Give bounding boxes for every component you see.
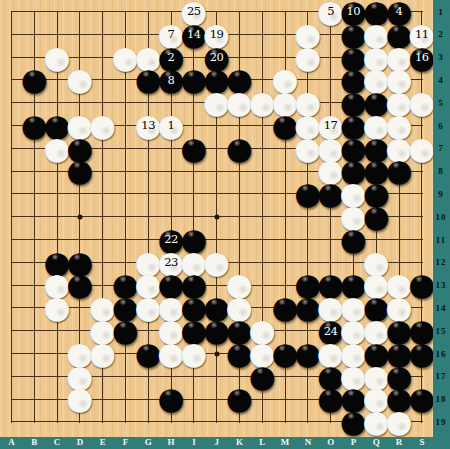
row-coordinate-label: 3 [438, 52, 444, 62]
board-cell[interactable] [228, 23, 251, 46]
board-cell[interactable] [46, 410, 69, 433]
move-number-label: 1 [159, 114, 182, 137]
board-cell[interactable] [182, 160, 205, 183]
board-cell[interactable] [46, 205, 69, 228]
stone-glyph: ● [408, 342, 435, 365]
board-cell[interactable]: ● [91, 114, 114, 137]
board-cell[interactable]: ● [228, 388, 251, 411]
column-coordinate-label: B [31, 437, 37, 447]
board-cell[interactable] [160, 137, 183, 160]
move-number-label: 14 [182, 23, 205, 46]
black-stone: ● [23, 68, 46, 91]
board-cell[interactable] [0, 342, 23, 365]
go-board: ●25●5●10●●4●7●14●19●●●●●11●●●●2●20●●●●●1… [0, 0, 450, 449]
board-cell[interactable] [274, 388, 297, 411]
board-cell[interactable] [68, 410, 91, 433]
board-cell[interactable] [0, 46, 23, 69]
board-cell[interactable] [23, 160, 46, 183]
board-cell[interactable]: ● [68, 160, 91, 183]
board-cell[interactable]: ●1 [160, 114, 183, 137]
black-stone: ● [296, 342, 319, 365]
board-cell[interactable]: ● [182, 68, 205, 91]
board-cell[interactable] [205, 137, 228, 160]
row-coordinate-label: 4 [438, 75, 444, 85]
board-cell[interactable] [274, 160, 297, 183]
black-stone: ●22 [159, 228, 182, 251]
board-cell[interactable] [0, 160, 23, 183]
board-cell[interactable]: ● [342, 228, 365, 251]
white-stone: ●11 [410, 23, 433, 46]
board-cell[interactable] [114, 68, 137, 91]
board-cell[interactable] [91, 137, 114, 160]
board-cell[interactable] [137, 410, 160, 433]
board-cell[interactable] [205, 342, 228, 365]
board-cell[interactable] [91, 182, 114, 205]
stone-glyph: ● [21, 68, 48, 91]
board-cell[interactable]: ● [410, 274, 433, 297]
board-cell[interactable] [410, 182, 433, 205]
board-cell[interactable] [23, 182, 46, 205]
board-cell[interactable]: ● [68, 388, 91, 411]
board-cell[interactable] [114, 205, 137, 228]
board-cell[interactable] [0, 388, 23, 411]
board-cell[interactable]: ● [410, 388, 433, 411]
board-cell[interactable] [251, 410, 274, 433]
board-cell[interactable]: ●24 [319, 319, 342, 342]
board-cell[interactable] [0, 296, 23, 319]
board-cell[interactable] [0, 274, 23, 297]
board-cell[interactable] [91, 46, 114, 69]
board-cell[interactable] [23, 319, 46, 342]
board-cell[interactable] [91, 251, 114, 274]
board-cell[interactable]: ● [68, 68, 91, 91]
column-coordinate-label: M [281, 437, 290, 447]
move-number-label: 25 [182, 0, 205, 23]
board-cell[interactable] [114, 160, 137, 183]
board-cell[interactable] [68, 296, 91, 319]
board-cell[interactable]: ●2 [160, 46, 183, 69]
column-coordinate-label: N [305, 437, 312, 447]
white-stone: ● [205, 251, 228, 274]
board-cell[interactable] [251, 137, 274, 160]
board-cell[interactable] [0, 365, 23, 388]
board-cell[interactable] [0, 114, 23, 137]
white-stone: ● [387, 410, 410, 433]
board-cell[interactable] [0, 68, 23, 91]
row-coordinate-label: 9 [438, 189, 444, 199]
board-cell[interactable]: ● [296, 137, 319, 160]
board-cell[interactable] [114, 137, 137, 160]
board-cell[interactable]: ● [46, 46, 69, 69]
board-cell[interactable] [319, 68, 342, 91]
board-cell[interactable]: ●10 [342, 0, 365, 23]
board-cell[interactable] [46, 160, 69, 183]
black-stone: ● [68, 273, 91, 296]
board-cell[interactable] [0, 228, 23, 251]
board-cell[interactable] [228, 182, 251, 205]
board-cell[interactable]: ●17 [319, 114, 342, 137]
black-stone: ● [342, 228, 365, 251]
board-cell[interactable] [68, 0, 91, 23]
board-cell[interactable] [160, 160, 183, 183]
board-cell[interactable] [319, 410, 342, 433]
board-cell[interactable] [91, 228, 114, 251]
board-cell[interactable] [23, 388, 46, 411]
board-cell[interactable] [251, 182, 274, 205]
board-cell[interactable] [137, 182, 160, 205]
white-stone: ● [68, 387, 91, 410]
board-cell[interactable] [388, 228, 411, 251]
board-cell[interactable] [23, 410, 46, 433]
row-coordinate-label: 12 [436, 257, 447, 267]
row-coordinate-label: 15 [436, 326, 447, 336]
board-cell[interactable] [46, 319, 69, 342]
black-stone: ●16 [410, 46, 433, 69]
board-cell[interactable] [46, 365, 69, 388]
board-cell[interactable] [296, 388, 319, 411]
board-cell[interactable] [68, 205, 91, 228]
black-stone: ● [296, 296, 319, 319]
board-cell[interactable] [205, 365, 228, 388]
board-cell[interactable] [228, 410, 251, 433]
black-stone: ● [319, 387, 342, 410]
board-cell[interactable] [205, 205, 228, 228]
column-coordinates-bar: ABCDEFGHIJKLMNOPQRS [0, 437, 450, 449]
board-cell[interactable] [46, 182, 69, 205]
board-cell[interactable] [23, 365, 46, 388]
board-cell[interactable]: ● [296, 182, 319, 205]
move-number-label: 17 [319, 114, 342, 137]
row-coordinate-label: 1 [438, 7, 444, 17]
board-cell[interactable] [274, 228, 297, 251]
row-coordinate-label: 13 [436, 280, 447, 290]
board-cell[interactable]: ●23 [160, 251, 183, 274]
board-cell[interactable] [296, 410, 319, 433]
board-cell[interactable] [228, 0, 251, 23]
black-stone: ● [410, 342, 433, 365]
board-cell[interactable]: ● [114, 319, 137, 342]
board-cell[interactable] [274, 137, 297, 160]
board-cell[interactable] [91, 365, 114, 388]
white-stone: ● [296, 137, 319, 160]
board-cell[interactable]: ●5 [319, 0, 342, 23]
board-cell[interactable] [205, 160, 228, 183]
board-cell[interactable] [0, 91, 23, 114]
board-cell[interactable] [319, 205, 342, 228]
board-cell[interactable]: ● [205, 319, 228, 342]
board-cell[interactable]: ● [46, 137, 69, 160]
stone-glyph: ● [226, 387, 253, 410]
board-cell[interactable]: ● [274, 296, 297, 319]
column-coordinate-label: O [327, 437, 334, 447]
board-cell[interactable]: ● [274, 114, 297, 137]
row-coordinate-label: 14 [436, 303, 447, 313]
stone-glyph: ● [408, 91, 435, 114]
board-cell[interactable] [205, 388, 228, 411]
board-cell[interactable] [91, 23, 114, 46]
board-cell[interactable]: ● [410, 342, 433, 365]
board-cell[interactable] [160, 182, 183, 205]
board-cell[interactable] [137, 160, 160, 183]
black-stone: ● [182, 137, 205, 160]
white-stone: ●5 [319, 0, 342, 23]
column-coordinate-label: L [259, 437, 265, 447]
board-cell[interactable] [388, 205, 411, 228]
move-number-label: 8 [159, 68, 182, 91]
board-cell[interactable]: ● [342, 410, 365, 433]
black-stone: ● [410, 273, 433, 296]
row-coordinate-label: 2 [438, 29, 444, 39]
board-cell[interactable] [274, 205, 297, 228]
white-stone: ●1 [159, 114, 182, 137]
move-number-label: 5 [319, 0, 342, 23]
board-cell[interactable] [205, 114, 228, 137]
stone-glyph: ● [66, 387, 93, 410]
board-cell[interactable]: ●11 [410, 23, 433, 46]
white-stone: ● [114, 46, 137, 69]
move-number-label: 20 [205, 46, 228, 69]
board-cell[interactable]: ●16 [410, 46, 433, 69]
board-cell[interactable] [410, 410, 433, 433]
board-cell[interactable]: ● [114, 46, 137, 69]
board-cell[interactable]: ● [228, 137, 251, 160]
column-coordinate-label: R [396, 437, 403, 447]
board-cell[interactable] [114, 410, 137, 433]
board-cell[interactable]: ●22 [160, 228, 183, 251]
board-cell[interactable]: ●19 [205, 23, 228, 46]
board-cell[interactable] [114, 228, 137, 251]
board-cell[interactable] [91, 160, 114, 183]
board-cell[interactable]: ● [388, 160, 411, 183]
black-stone: ●8 [159, 68, 182, 91]
board-cell[interactable]: ● [296, 46, 319, 69]
board-cell[interactable] [274, 251, 297, 274]
board-cell[interactable] [319, 228, 342, 251]
black-stone: ● [228, 137, 251, 160]
board-cell[interactable] [228, 205, 251, 228]
board-cell[interactable] [319, 23, 342, 46]
board-cell[interactable] [274, 365, 297, 388]
white-stone: ● [228, 91, 251, 114]
board-cell[interactable] [388, 182, 411, 205]
board-cell[interactable]: ● [91, 342, 114, 365]
stone-glyph: ● [43, 296, 70, 319]
board-cell[interactable]: ● [46, 296, 69, 319]
row-coordinates-bar: 12345678910111213141516171819 [433, 0, 450, 449]
board-cell[interactable]: ● [388, 410, 411, 433]
board-cell[interactable] [0, 0, 23, 23]
board-cell[interactable] [46, 342, 69, 365]
column-coordinate-label: I [192, 437, 196, 447]
board-cell[interactable] [274, 0, 297, 23]
column-coordinate-label: Q [373, 437, 380, 447]
board-cell[interactable] [182, 388, 205, 411]
black-stone: ● [228, 342, 251, 365]
row-coordinate-label: 16 [436, 349, 447, 359]
board-cell[interactable]: ● [205, 91, 228, 114]
board-cell[interactable]: ● [365, 205, 388, 228]
board-cell[interactable] [410, 160, 433, 183]
board-cell[interactable] [0, 205, 23, 228]
white-stone: ●19 [205, 23, 228, 46]
board-cell[interactable] [274, 23, 297, 46]
board-cell[interactable] [319, 46, 342, 69]
board-cell[interactable] [23, 342, 46, 365]
stone-glyph: ● [89, 114, 116, 137]
board-cell[interactable] [68, 182, 91, 205]
board-cell[interactable] [114, 91, 137, 114]
board-cell[interactable] [68, 23, 91, 46]
board-cell[interactable] [160, 410, 183, 433]
black-stone: ● [182, 68, 205, 91]
board-cell[interactable] [114, 365, 137, 388]
white-stone: ● [46, 296, 69, 319]
move-number-label: 7 [159, 23, 182, 46]
black-stone: ●24 [319, 319, 342, 342]
stone-glyph: ● [408, 137, 435, 160]
move-number-label: 19 [205, 23, 228, 46]
board-cell[interactable]: ●8 [160, 68, 183, 91]
board-cell[interactable] [23, 205, 46, 228]
board-cell[interactable] [274, 182, 297, 205]
stone-glyph: ● [180, 342, 207, 365]
board-cell[interactable] [251, 228, 274, 251]
board-cell[interactable]: ● [23, 68, 46, 91]
board-cell[interactable] [410, 228, 433, 251]
board-cell[interactable] [46, 0, 69, 23]
row-coordinate-label: 6 [438, 121, 444, 131]
board-cell[interactable]: ●25 [182, 0, 205, 23]
move-number-label: 24 [319, 319, 342, 342]
board-cell[interactable] [296, 205, 319, 228]
black-stone: ● [114, 319, 137, 342]
column-coordinate-label: H [168, 437, 175, 447]
column-coordinate-label: D [77, 437, 84, 447]
board-cell[interactable] [91, 388, 114, 411]
board-cell[interactable] [182, 365, 205, 388]
board-cell[interactable] [251, 0, 274, 23]
board-cell[interactable] [91, 0, 114, 23]
board-cell[interactable] [205, 410, 228, 433]
board-cell[interactable] [251, 251, 274, 274]
white-stone: ● [410, 91, 433, 114]
board-cell[interactable] [410, 205, 433, 228]
board-cell[interactable] [91, 205, 114, 228]
board-cell[interactable] [296, 228, 319, 251]
board-cell[interactable] [228, 160, 251, 183]
board-cell[interactable] [0, 23, 23, 46]
board-cell[interactable] [114, 342, 137, 365]
board-cell[interactable]: ●4 [388, 0, 411, 23]
board-cell[interactable] [0, 410, 23, 433]
board-cell[interactable]: ●14 [182, 23, 205, 46]
board-cell[interactable] [23, 0, 46, 23]
move-number-label: 23 [159, 251, 182, 274]
board-cell[interactable] [251, 205, 274, 228]
board-cell[interactable] [205, 182, 228, 205]
board-cell[interactable]: ●20 [205, 46, 228, 69]
board-cell[interactable] [274, 410, 297, 433]
board-cell[interactable] [46, 68, 69, 91]
move-number-label: 11 [410, 23, 433, 46]
board-cell[interactable] [114, 182, 137, 205]
board-cell[interactable]: ●7 [160, 23, 183, 46]
row-coordinate-label: 10 [436, 212, 447, 222]
board-cell[interactable]: ● [68, 274, 91, 297]
black-stone: ●10 [342, 0, 365, 23]
black-stone: ●20 [205, 46, 228, 69]
board-cell[interactable]: ● [182, 342, 205, 365]
board-cell[interactable]: ● [228, 342, 251, 365]
board-cell[interactable] [0, 319, 23, 342]
board-cell[interactable] [251, 388, 274, 411]
row-coordinate-label: 7 [438, 143, 444, 153]
stone-glyph: ● [408, 273, 435, 296]
board-cell[interactable] [251, 160, 274, 183]
move-number-label: 22 [159, 228, 182, 251]
black-stone: ●4 [387, 0, 410, 23]
board-cell[interactable] [182, 182, 205, 205]
board-cell[interactable] [91, 68, 114, 91]
board-cell[interactable] [0, 182, 23, 205]
column-coordinate-label: K [236, 437, 243, 447]
black-stone: ● [319, 182, 342, 205]
stone-glyph: ● [66, 159, 93, 182]
column-coordinate-label: P [351, 437, 357, 447]
board-cell[interactable] [182, 410, 205, 433]
board-cell[interactable] [0, 251, 23, 274]
board-cell[interactable]: ● [319, 388, 342, 411]
board-cell[interactable]: ● [228, 91, 251, 114]
board-cell[interactable]: ● [251, 365, 274, 388]
column-coordinate-label: J [214, 437, 219, 447]
board-cell[interactable]: ● [205, 251, 228, 274]
board-cell[interactable] [137, 137, 160, 160]
board-cell[interactable] [251, 23, 274, 46]
board-cell[interactable]: ● [296, 296, 319, 319]
board-cell[interactable] [91, 410, 114, 433]
board-cell[interactable]: ● [160, 342, 183, 365]
board-cell[interactable] [46, 388, 69, 411]
board-cell[interactable] [114, 0, 137, 23]
black-stone: ● [159, 387, 182, 410]
board-cell[interactable]: ●13 [137, 114, 160, 137]
board-cell[interactable]: ● [410, 91, 433, 114]
board-cell[interactable] [182, 91, 205, 114]
board-cell[interactable]: ● [410, 137, 433, 160]
board-cell[interactable] [296, 365, 319, 388]
white-stone: ● [182, 342, 205, 365]
board-cell[interactable]: ● [160, 388, 183, 411]
move-number-label: 4 [387, 0, 410, 23]
move-number-label: 2 [159, 46, 182, 69]
black-stone: ● [205, 319, 228, 342]
board-cell[interactable]: ● [319, 182, 342, 205]
stone-glyph: ● [385, 410, 412, 433]
black-stone: ● [365, 205, 388, 228]
board-cell[interactable] [114, 114, 137, 137]
board-cell[interactable] [228, 228, 251, 251]
board-cell[interactable]: ● [274, 342, 297, 365]
board-cell[interactable] [114, 388, 137, 411]
black-stone: ● [296, 182, 319, 205]
board-cell[interactable] [0, 137, 23, 160]
white-stone: ● [91, 342, 114, 365]
board-cell[interactable]: ● [182, 137, 205, 160]
board-cell[interactable]: ● [296, 342, 319, 365]
column-coordinate-label: C [54, 437, 61, 447]
stone-glyph: ● [226, 137, 253, 160]
